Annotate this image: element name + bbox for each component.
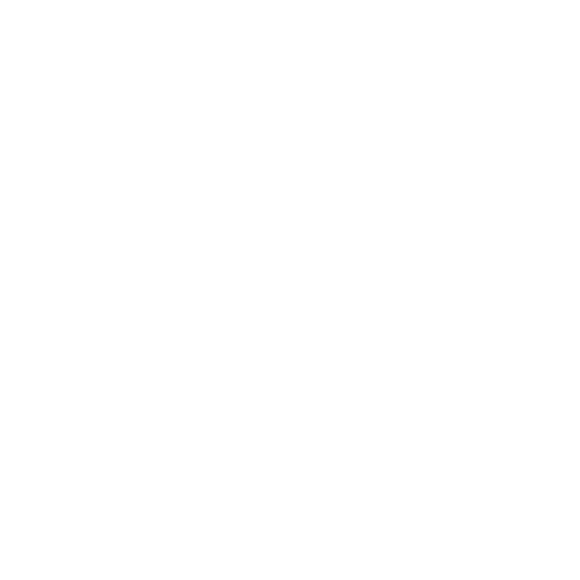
- go-board-screen: [0, 0, 580, 580]
- goban: [24, 24, 556, 556]
- board-grid: [24, 24, 556, 556]
